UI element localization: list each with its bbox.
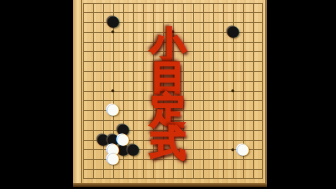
grid-cell (223, 51, 233, 61)
grid-cell (243, 42, 253, 52)
grid-cell (133, 12, 143, 22)
grid-cell (93, 100, 103, 110)
grid-cell (83, 81, 93, 91)
grid-cell (233, 22, 243, 32)
grid-cell (193, 149, 203, 159)
grid-cell (193, 32, 203, 42)
grid-cell (133, 149, 143, 159)
grid-cell (93, 22, 103, 32)
grid-cell (213, 149, 223, 159)
grid-cell (153, 3, 163, 13)
grid-cell (253, 42, 263, 52)
grid-cell (233, 51, 243, 61)
grid-cell (123, 140, 133, 150)
grid-cell (103, 71, 113, 81)
grid-cell (123, 12, 133, 22)
grid-cell (193, 61, 203, 71)
grid-cell (193, 81, 203, 91)
grid-cell (233, 140, 243, 150)
board-right-edge (265, 0, 267, 187)
grid-cell (233, 71, 243, 81)
grid-cell (203, 12, 213, 22)
grid-cell (123, 149, 133, 159)
grid-cell (223, 110, 233, 120)
grid-cell (133, 100, 143, 110)
grid-cell (113, 130, 123, 140)
grid-cell (253, 32, 263, 42)
grid-cell (103, 169, 113, 179)
grid-cell (233, 3, 243, 13)
grid-cell (213, 32, 223, 42)
grid-cell (213, 130, 223, 140)
grid-cell (233, 12, 243, 22)
grid-cell (193, 42, 203, 52)
grid-cell (133, 130, 143, 140)
grid-cell (203, 91, 213, 101)
grid-cell (123, 130, 133, 140)
grid-cell (243, 110, 253, 120)
grid-cell (193, 120, 203, 130)
grid-cell (93, 120, 103, 130)
grid-cell (233, 169, 243, 179)
grid-cell (203, 130, 213, 140)
grid-cell (193, 110, 203, 120)
grid-cell (103, 159, 113, 169)
grid-cell (253, 100, 263, 110)
grid-cell (113, 42, 123, 52)
grid-cell (213, 42, 223, 52)
grid-cell (203, 140, 213, 150)
grid-cell (83, 91, 93, 101)
grid-cell (153, 169, 163, 179)
grid-cell (123, 91, 133, 101)
grid-cell (193, 169, 203, 179)
grid-cell (113, 110, 123, 120)
grid-cell (103, 130, 113, 140)
grid-cell (103, 42, 113, 52)
grid-cell (233, 81, 243, 91)
grid-cell (203, 110, 213, 120)
grid-cell (83, 110, 93, 120)
grid-cell (133, 81, 143, 91)
grid-cell (83, 130, 93, 140)
grid-cell (233, 61, 243, 71)
grid-cell (213, 140, 223, 150)
title-overlay: 小目定式 (143, 28, 193, 160)
grid-cell (133, 3, 143, 13)
grid-cell (93, 51, 103, 61)
grid-cell (223, 3, 233, 13)
grid-cell (133, 51, 143, 61)
grid-cell (223, 159, 233, 169)
grid-cell (243, 120, 253, 130)
grid-cell (213, 169, 223, 179)
grid-cell (203, 120, 213, 130)
grid-cell (213, 71, 223, 81)
grid-cell (93, 12, 103, 22)
grid-cell (123, 3, 133, 13)
grid-cell (113, 169, 123, 179)
grid-cell (123, 100, 133, 110)
grid-cell (213, 120, 223, 130)
grid-cell (93, 159, 103, 169)
grid-cell (203, 100, 213, 110)
grid-cell (193, 100, 203, 110)
grid-cell (103, 61, 113, 71)
board-bottom-edge (73, 183, 267, 187)
grid-cell (93, 32, 103, 42)
grid-cell (203, 32, 213, 42)
grid-cell (193, 22, 203, 32)
grid-cell (233, 42, 243, 52)
grid-cell (223, 100, 233, 110)
grid-cell (83, 169, 93, 179)
grid-cell (203, 61, 213, 71)
grid-cell (133, 42, 143, 52)
grid-cell (103, 12, 113, 22)
grid-cell (153, 12, 163, 22)
grid-cell (203, 169, 213, 179)
grid-cell (113, 149, 123, 159)
grid-cell (103, 51, 113, 61)
grid-cell (123, 22, 133, 32)
grid-cell (203, 81, 213, 91)
grid-cell (113, 3, 123, 13)
grid-cell (103, 100, 113, 110)
grid-cell (253, 149, 263, 159)
grid-cell (113, 12, 123, 22)
grid-cell (193, 12, 203, 22)
grid-cell (223, 61, 233, 71)
grid-cell (253, 81, 263, 91)
grid-cell (103, 3, 113, 13)
grid-cell (143, 3, 153, 13)
grid-cell (193, 51, 203, 61)
grid-cell (193, 159, 203, 169)
grid-cell (243, 159, 253, 169)
grid-cell (83, 71, 93, 81)
title-char: 定 (151, 94, 186, 127)
grid-cell (133, 169, 143, 179)
grid-cell (253, 51, 263, 61)
grid-cell (113, 32, 123, 42)
grid-cell (123, 71, 133, 81)
grid-cell (133, 32, 143, 42)
grid-cell (133, 110, 143, 120)
grid-cell (253, 71, 263, 81)
grid-cell (233, 32, 243, 42)
grid-cell (253, 22, 263, 32)
grid-cell (213, 110, 223, 120)
grid-cell (83, 12, 93, 22)
grid-cell (123, 61, 133, 71)
grid-cell (83, 51, 93, 61)
grid-cell (193, 91, 203, 101)
grid-cell (253, 12, 263, 22)
grid-cell (113, 51, 123, 61)
grid-cell (253, 159, 263, 169)
grid-cell (123, 110, 133, 120)
grid-cell (83, 120, 93, 130)
grid-cell (103, 32, 113, 42)
title-char: 式 (151, 127, 186, 160)
grid-cell (173, 12, 183, 22)
grid-cell (213, 61, 223, 71)
grid-cell (243, 91, 253, 101)
grid-cell (213, 12, 223, 22)
grid-cell (113, 91, 123, 101)
grid-cell (93, 169, 103, 179)
grid-cell (223, 130, 233, 140)
grid-cell (123, 169, 133, 179)
grid-cell (113, 71, 123, 81)
title-char: 目 (151, 61, 186, 94)
grid-cell (183, 169, 193, 179)
grid-cell (83, 159, 93, 169)
grid-cell (243, 140, 253, 150)
grid-cell (123, 81, 133, 91)
grid-cell (133, 120, 143, 130)
grid-cell (253, 120, 263, 130)
grid-cell (93, 110, 103, 120)
grid-cell (93, 130, 103, 140)
grid-cell (113, 120, 123, 130)
grid-cell (203, 22, 213, 32)
grid-cell (133, 22, 143, 32)
grid-cell (253, 169, 263, 179)
grid-cell (123, 51, 133, 61)
title-char: 小 (151, 28, 186, 61)
grid-cell (223, 149, 233, 159)
grid-cell (253, 61, 263, 71)
grid-cell (163, 169, 173, 179)
grid-cell (233, 130, 243, 140)
grid-cell (143, 12, 153, 22)
grid-cell (83, 61, 93, 71)
grid-cell (83, 100, 93, 110)
grid-cell (223, 120, 233, 130)
video-frame: ●●●●●●●●●●●● 小目定式 (0, 0, 336, 189)
grid-cell (193, 130, 203, 140)
grid-cell (253, 3, 263, 13)
grid-cell (213, 159, 223, 169)
grid-cell (93, 149, 103, 159)
grid-cell (243, 130, 253, 140)
grid-cell (93, 71, 103, 81)
grid-cell (193, 140, 203, 150)
grid-cell (103, 110, 113, 120)
grid-cell (213, 51, 223, 61)
grid-cell (223, 91, 233, 101)
grid-cell (203, 42, 213, 52)
grid-cell (243, 12, 253, 22)
grid-cell (103, 149, 113, 159)
grid-cell (233, 149, 243, 159)
grid-cell (203, 71, 213, 81)
grid-cell (133, 159, 143, 169)
board-left-edge (73, 0, 82, 187)
grid-cell (213, 100, 223, 110)
grid-cell (103, 91, 113, 101)
grid-cell (233, 100, 243, 110)
letterbox-right (267, 0, 336, 189)
grid-cell (83, 3, 93, 13)
grid-cell (113, 100, 123, 110)
grid-cell (223, 71, 233, 81)
grid-cell (253, 110, 263, 120)
grid-cell (113, 81, 123, 91)
grid-cell (243, 81, 253, 91)
grid-cell (253, 91, 263, 101)
grid-cell (233, 159, 243, 169)
grid-cell (203, 149, 213, 159)
grid-cell (203, 3, 213, 13)
grid-cell (243, 71, 253, 81)
grid-cell (173, 3, 183, 13)
grid-cell (83, 140, 93, 150)
grid-cell (243, 149, 253, 159)
grid-cell (213, 91, 223, 101)
grid-cell (223, 42, 233, 52)
grid-cell (223, 12, 233, 22)
letterbox-left (0, 0, 73, 189)
grid-cell (243, 51, 253, 61)
grid-cell (173, 169, 183, 179)
grid-cell (213, 81, 223, 91)
grid-cell (243, 3, 253, 13)
grid-cell (203, 51, 213, 61)
grid-cell (243, 169, 253, 179)
grid-cell (223, 169, 233, 179)
grid-cell (93, 81, 103, 91)
grid-cell (83, 22, 93, 32)
grid-cell (103, 120, 113, 130)
grid-cell (113, 22, 123, 32)
grid-cell (93, 91, 103, 101)
grid-cell (213, 3, 223, 13)
grid-cell (233, 120, 243, 130)
grid-cell (83, 149, 93, 159)
grid-cell (113, 140, 123, 150)
grid-cell (93, 42, 103, 52)
grid-cell (233, 91, 243, 101)
grid-cell (93, 3, 103, 13)
grid-cell (163, 12, 173, 22)
grid-cell (113, 159, 123, 169)
grid-cell (243, 32, 253, 42)
grid-cell (243, 61, 253, 71)
grid-cell (93, 140, 103, 150)
grid-cell (133, 140, 143, 150)
grid-cell (83, 42, 93, 52)
grid-cell (193, 71, 203, 81)
grid-cell (233, 110, 243, 120)
grid-cell (123, 120, 133, 130)
grid-cell (93, 61, 103, 71)
grid-cell (193, 3, 203, 13)
grid-cell (123, 32, 133, 42)
grid-cell (123, 42, 133, 52)
grid-cell (183, 3, 193, 13)
grid-cell (203, 159, 213, 169)
grid-cell (253, 130, 263, 140)
grid-cell (183, 12, 193, 22)
grid-cell (83, 32, 93, 42)
grid-cell (133, 91, 143, 101)
grid-cell (113, 61, 123, 71)
grid-cell (133, 61, 143, 71)
grid-cell (123, 159, 133, 169)
grid-cell (143, 169, 153, 179)
grid-cell (223, 32, 233, 42)
grid-cell (243, 22, 253, 32)
grid-cell (163, 3, 173, 13)
grid-cell (253, 140, 263, 150)
grid-cell (243, 100, 253, 110)
grid-cell (133, 71, 143, 81)
grid-cell (213, 22, 223, 32)
